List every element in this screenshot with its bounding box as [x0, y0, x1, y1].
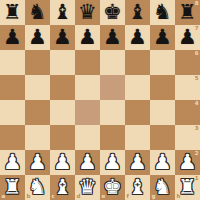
square-h1[interactable]: ♜1h	[175, 175, 200, 200]
coord-rank-label: 3	[195, 126, 199, 132]
chess-board-container: ♜♞♝♛♚♝♞♜8♟♟♟♟♟♟♟♟76543♟♟♟♟♟♟♟♟2♜a♞b♝c♛d♚…	[0, 0, 200, 200]
square-e2[interactable]: ♟	[100, 150, 125, 175]
piece-white-queen[interactable]: ♛	[78, 175, 97, 200]
square-h8[interactable]: ♜8	[175, 0, 200, 25]
square-a7[interactable]: ♟	[0, 25, 25, 50]
square-h7[interactable]: ♟7	[175, 25, 200, 50]
square-h5[interactable]: 5	[175, 75, 200, 100]
piece-black-pawn[interactable]: ♟	[153, 25, 172, 50]
piece-white-pawn[interactable]: ♟	[3, 150, 22, 175]
square-c7[interactable]: ♟	[50, 25, 75, 50]
square-g8[interactable]: ♞	[150, 0, 175, 25]
square-g2[interactable]: ♟	[150, 150, 175, 175]
square-h3[interactable]: 3	[175, 125, 200, 150]
square-d6[interactable]	[75, 50, 100, 75]
square-e6[interactable]	[100, 50, 125, 75]
piece-black-bishop[interactable]: ♝	[53, 0, 72, 25]
square-c8[interactable]: ♝	[50, 0, 75, 25]
square-g4[interactable]	[150, 100, 175, 125]
chess-board: ♜♞♝♛♚♝♞♜8♟♟♟♟♟♟♟♟76543♟♟♟♟♟♟♟♟2♜a♞b♝c♛d♚…	[0, 0, 200, 200]
coord-file-label: f	[127, 194, 129, 200]
square-c4[interactable]	[50, 100, 75, 125]
square-f8[interactable]: ♝	[125, 0, 150, 25]
coord-file-label: a	[2, 194, 6, 200]
square-a5[interactable]	[0, 75, 25, 100]
square-b8[interactable]: ♞	[25, 0, 50, 25]
square-b6[interactable]	[25, 50, 50, 75]
square-d7[interactable]: ♟	[75, 25, 100, 50]
coord-file-label: h	[177, 194, 181, 200]
square-e8[interactable]: ♚	[100, 0, 125, 25]
piece-black-queen[interactable]: ♛	[78, 0, 97, 25]
square-c6[interactable]	[50, 50, 75, 75]
coord-file-label: g	[152, 194, 156, 200]
square-d3[interactable]	[75, 125, 100, 150]
piece-white-king[interactable]: ♚	[103, 175, 122, 200]
square-b4[interactable]	[25, 100, 50, 125]
square-f6[interactable]	[125, 50, 150, 75]
square-b2[interactable]: ♟	[25, 150, 50, 175]
square-g5[interactable]	[150, 75, 175, 100]
piece-white-pawn[interactable]: ♟	[28, 150, 47, 175]
square-a4[interactable]	[0, 100, 25, 125]
square-f7[interactable]: ♟	[125, 25, 150, 50]
square-b5[interactable]	[25, 75, 50, 100]
piece-black-rook[interactable]: ♜	[3, 0, 22, 25]
coord-rank-label: 4	[195, 101, 199, 107]
square-f4[interactable]	[125, 100, 150, 125]
coord-file-label: e	[102, 194, 106, 200]
square-h6[interactable]: 6	[175, 50, 200, 75]
coord-file-label: d	[77, 194, 81, 200]
square-e3[interactable]	[100, 125, 125, 150]
square-d4[interactable]	[75, 100, 100, 125]
square-a2[interactable]: ♟	[0, 150, 25, 175]
piece-white-pawn[interactable]: ♟	[153, 150, 172, 175]
square-h4[interactable]: 4	[175, 100, 200, 125]
square-b1[interactable]: ♞b	[25, 175, 50, 200]
square-f3[interactable]	[125, 125, 150, 150]
piece-white-bishop[interactable]: ♝	[128, 175, 147, 200]
piece-white-bishop[interactable]: ♝	[53, 175, 72, 200]
piece-white-pawn[interactable]: ♟	[128, 150, 147, 175]
square-d2[interactable]: ♟	[75, 150, 100, 175]
square-c3[interactable]	[50, 125, 75, 150]
piece-black-knight[interactable]: ♞	[153, 0, 172, 25]
square-d1[interactable]: ♛d	[75, 175, 100, 200]
square-f1[interactable]: ♝f	[125, 175, 150, 200]
square-g3[interactable]	[150, 125, 175, 150]
piece-black-pawn[interactable]: ♟	[103, 25, 122, 50]
piece-white-rook[interactable]: ♜	[3, 175, 22, 200]
piece-black-pawn[interactable]: ♟	[128, 25, 147, 50]
piece-white-knight[interactable]: ♞	[153, 175, 172, 200]
coord-file-label: c	[52, 194, 55, 200]
coord-rank-label: 6	[195, 51, 199, 57]
square-d5[interactable]	[75, 75, 100, 100]
piece-black-bishop[interactable]: ♝	[128, 0, 147, 25]
coord-rank-label: 8	[195, 1, 199, 7]
square-a1[interactable]: ♜a	[0, 175, 25, 200]
square-g1[interactable]: ♞g	[150, 175, 175, 200]
square-b7[interactable]: ♟	[25, 25, 50, 50]
coord-rank-label: 7	[195, 26, 199, 32]
square-g7[interactable]: ♟	[150, 25, 175, 50]
square-g6[interactable]	[150, 50, 175, 75]
square-c5[interactable]	[50, 75, 75, 100]
piece-black-pawn[interactable]: ♟	[78, 25, 97, 50]
piece-black-pawn[interactable]: ♟	[3, 25, 22, 50]
piece-white-pawn[interactable]: ♟	[53, 150, 72, 175]
square-h2[interactable]: ♟2	[175, 150, 200, 175]
piece-white-pawn[interactable]: ♟	[103, 150, 122, 175]
piece-black-pawn[interactable]: ♟	[53, 25, 72, 50]
square-e1[interactable]: ♚e	[100, 175, 125, 200]
square-a8[interactable]: ♜	[0, 0, 25, 25]
square-a6[interactable]	[0, 50, 25, 75]
coord-file-label: b	[27, 194, 31, 200]
piece-white-pawn[interactable]: ♟	[78, 150, 97, 175]
square-d8[interactable]: ♛	[75, 0, 100, 25]
square-c2[interactable]: ♟	[50, 150, 75, 175]
square-b3[interactable]	[25, 125, 50, 150]
square-e4[interactable]	[100, 100, 125, 125]
piece-black-king[interactable]: ♚	[103, 0, 122, 25]
coord-rank-label: 5	[195, 76, 199, 82]
square-f2[interactable]: ♟	[125, 150, 150, 175]
square-a3[interactable]	[0, 125, 25, 150]
square-e7[interactable]: ♟	[100, 25, 125, 50]
piece-black-pawn[interactable]: ♟	[28, 25, 47, 50]
square-c1[interactable]: ♝c	[50, 175, 75, 200]
square-e5[interactable]	[100, 75, 125, 100]
coord-rank-label: 1	[195, 176, 199, 182]
piece-white-knight[interactable]: ♞	[28, 175, 47, 200]
piece-black-knight[interactable]: ♞	[28, 0, 47, 25]
square-f5[interactable]	[125, 75, 150, 100]
coord-rank-label: 2	[195, 151, 199, 157]
